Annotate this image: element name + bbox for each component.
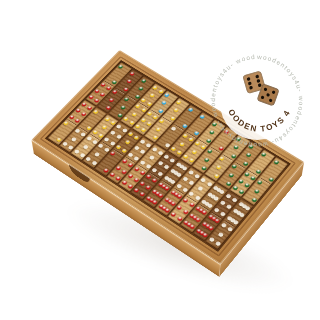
domino-pip	[195, 195, 201, 200]
domino-pip	[182, 166, 188, 171]
domino-pip	[176, 216, 182, 222]
domino-pip	[170, 169, 176, 174]
domino-half	[224, 199, 253, 228]
domino-pip	[183, 209, 189, 214]
domino-pip	[176, 150, 182, 155]
domino-pip	[100, 83, 106, 88]
domino-pip	[170, 116, 176, 121]
domino-pip	[208, 225, 214, 231]
domino-pip	[183, 220, 189, 226]
domino-pip	[229, 217, 235, 223]
domino-pip	[191, 149, 197, 154]
domino-pip	[158, 89, 164, 94]
domino-pip	[109, 151, 115, 156]
domino-pip	[204, 201, 210, 206]
domino-half	[211, 191, 240, 219]
domino-pip	[155, 191, 161, 196]
domino-pip	[148, 155, 154, 160]
domino-pip	[250, 176, 256, 181]
domino-pip	[145, 185, 151, 190]
domino-half	[161, 160, 190, 187]
domino-pip	[128, 152, 134, 157]
domino-pip	[116, 144, 122, 149]
domino-half	[95, 149, 124, 176]
domino-pip	[139, 181, 145, 186]
domino-pip	[127, 163, 133, 168]
domino-half	[131, 172, 160, 200]
domino-pip	[227, 227, 233, 233]
domino-pip	[208, 214, 214, 220]
domino-pip	[123, 97, 129, 102]
domino-pip	[126, 79, 132, 84]
domino-pip	[226, 204, 232, 209]
domino-pip	[176, 183, 182, 188]
domino-pip	[71, 137, 77, 142]
domino-pip	[186, 222, 192, 228]
domino-pip	[101, 125, 107, 130]
domino-pip	[74, 149, 80, 154]
domino-pip	[118, 64, 124, 69]
domino-pip	[135, 124, 141, 129]
domino-pip	[133, 167, 139, 172]
domino-pip	[132, 112, 138, 117]
domino-pip	[232, 197, 238, 202]
domino-pip	[138, 86, 144, 91]
domino-pip	[226, 181, 232, 186]
domino-pip	[238, 179, 244, 184]
domino-half	[230, 169, 259, 197]
domino-pip	[110, 130, 116, 135]
domino-pip	[152, 115, 158, 120]
domino-pip	[74, 129, 80, 134]
domino-pip	[155, 127, 161, 132]
domino-pip	[108, 98, 114, 103]
domino-pip	[128, 132, 134, 137]
domino-pip	[189, 213, 195, 219]
domino-half	[206, 220, 236, 249]
domino-pip	[146, 101, 152, 106]
domino-pip	[170, 201, 176, 206]
domino-pip	[176, 194, 182, 199]
domino-pip	[115, 165, 121, 170]
domino-pip	[164, 93, 170, 98]
domino-pip	[235, 210, 241, 215]
domino-pip	[195, 217, 201, 223]
domino-pip	[146, 121, 152, 126]
watermark-badge: woodentoys4u- woodentoys4u- woodentoys4u…	[205, 48, 320, 160]
domino-half	[186, 175, 215, 203]
domino-pip	[182, 134, 188, 139]
domino-pip	[192, 215, 198, 221]
domino-pip	[152, 167, 158, 172]
domino-pip	[244, 172, 250, 177]
domino-pip	[214, 218, 220, 224]
domino-pip	[133, 156, 139, 161]
domino-pip	[110, 141, 116, 146]
domino-pip	[232, 208, 238, 213]
domino-pip	[216, 187, 222, 192]
domino-pip	[202, 221, 208, 227]
domino-pip	[120, 105, 126, 110]
domino-pip	[170, 126, 176, 131]
domino-half	[143, 180, 172, 208]
domino-pip	[164, 165, 170, 170]
domino-pip	[214, 207, 220, 212]
domino-pip	[199, 230, 205, 236]
domino-pip	[216, 165, 222, 170]
domino-pip	[170, 190, 176, 195]
domino-pip	[121, 169, 127, 174]
product-photo-canvas: { "meta": { "description": "Overhead ang…	[0, 0, 320, 320]
domino-pip	[231, 164, 237, 169]
domino-pip	[164, 186, 170, 191]
domino-pip	[183, 154, 189, 159]
domino-pip	[215, 241, 221, 247]
domino-pip	[94, 152, 100, 157]
domino-pip	[152, 189, 158, 194]
domino-pip	[226, 215, 232, 221]
domino-pip	[196, 228, 202, 234]
domino-pip	[225, 193, 231, 198]
domino-pip	[170, 212, 176, 218]
domino-pip	[121, 148, 127, 153]
domino-pip	[256, 180, 262, 185]
domino-pip	[188, 137, 194, 142]
domino-tile	[180, 183, 227, 232]
domino-pip	[179, 164, 185, 169]
domino-pip	[176, 205, 182, 210]
domino-pip	[152, 86, 158, 91]
domino-pip	[164, 208, 170, 213]
domino-pip	[167, 199, 173, 204]
domino-pip	[256, 169, 262, 174]
domino-half	[260, 157, 288, 184]
domino-pip	[129, 71, 135, 76]
domino-pip	[198, 208, 204, 213]
domino-pip	[141, 78, 147, 83]
domino-tile	[119, 144, 166, 191]
domino-pip	[182, 176, 188, 181]
domino-pip	[173, 108, 179, 113]
domino-pip	[81, 102, 87, 107]
domino-pip	[146, 111, 152, 116]
domino-pip	[201, 166, 207, 171]
domino-pip	[158, 119, 164, 124]
domino-pip	[158, 204, 164, 209]
domino-pip	[103, 168, 109, 173]
domino-pip	[83, 144, 89, 149]
domino-pip	[206, 181, 212, 186]
domino-pip	[139, 149, 145, 154]
domino-pip	[158, 161, 164, 166]
domino-pip	[176, 172, 182, 177]
domino-pip	[62, 141, 68, 146]
domino-pip	[205, 223, 211, 229]
domino-pip	[238, 212, 244, 218]
domino-pip	[139, 170, 145, 175]
domino-pip	[133, 135, 139, 140]
domino-pip	[112, 90, 118, 95]
domino-half	[180, 204, 210, 233]
domino-tile	[193, 191, 240, 241]
domino-pip	[169, 158, 175, 163]
domino-pip	[151, 147, 157, 152]
domino-pip	[75, 108, 81, 113]
domino-pip	[200, 178, 206, 183]
domino-half	[155, 188, 184, 216]
domino-pip	[164, 154, 170, 159]
domino-pip	[213, 185, 219, 190]
domino-pip	[158, 182, 164, 187]
domino-pip	[98, 144, 104, 149]
domino-pip	[210, 194, 216, 199]
domino-pip	[233, 219, 239, 225]
domino-pip	[140, 139, 146, 144]
domino-pip	[94, 89, 100, 94]
domino-pip	[152, 135, 158, 140]
domino-pip	[238, 201, 244, 206]
domino-pip	[179, 142, 185, 147]
domino-pip	[189, 191, 195, 196]
domino-pip	[207, 192, 213, 197]
domino-pip	[125, 140, 131, 145]
domino-half	[199, 183, 228, 211]
domino-half	[149, 152, 178, 179]
domino-pip	[213, 196, 219, 201]
domino-pip	[243, 161, 249, 166]
domino-pip	[133, 188, 139, 193]
domino-pip	[103, 147, 109, 152]
domino-pip	[164, 197, 170, 202]
domino-pip	[251, 197, 257, 202]
domino-pip	[145, 174, 151, 179]
domino-pip	[182, 123, 188, 128]
domino-pip	[211, 216, 217, 222]
domino-pip	[158, 193, 164, 198]
domino-pip	[167, 177, 173, 182]
domino-pip	[121, 180, 127, 185]
domino-pip	[116, 134, 122, 139]
domino-pip	[188, 170, 194, 175]
domino-pip	[228, 173, 234, 178]
domino-pip	[149, 93, 155, 98]
domino-pip	[140, 160, 146, 165]
domino-pip	[122, 128, 128, 133]
domino-pip	[182, 187, 188, 192]
domino-pip	[208, 237, 214, 243]
domino-pip	[92, 129, 98, 134]
domino-tile	[155, 167, 202, 216]
domino-pip	[145, 163, 151, 168]
domino-pip	[194, 131, 200, 136]
domino-pip	[140, 108, 146, 113]
domino-pip	[220, 211, 226, 217]
domino-pip	[202, 232, 208, 238]
domino-pip	[158, 109, 164, 114]
domino-pip	[85, 157, 91, 162]
domino-pip	[164, 175, 170, 180]
domino-pip	[104, 117, 110, 122]
domino-pip	[187, 107, 193, 112]
domino-pip	[141, 98, 147, 103]
domino-pip	[273, 159, 279, 164]
domino-pip	[86, 136, 92, 141]
domino-pip	[244, 182, 250, 187]
domino-pip	[161, 184, 167, 189]
domino-pip	[201, 199, 207, 204]
domino-pip	[188, 180, 194, 185]
domino-tile	[143, 160, 190, 208]
domino-pip	[268, 177, 274, 182]
domino-pip	[194, 141, 200, 146]
domino-pip	[197, 186, 203, 191]
domino-tile	[131, 152, 178, 200]
domino-pip	[88, 95, 94, 100]
domino-half	[168, 196, 197, 224]
domino-half	[107, 156, 136, 183]
domino-pip	[195, 206, 201, 211]
domino-half	[174, 167, 203, 195]
domino-pip	[141, 118, 147, 123]
domino-half	[193, 212, 223, 241]
domino-pip	[158, 171, 164, 176]
domino-pip	[244, 205, 250, 210]
domino-pip	[220, 222, 226, 228]
domino-pip	[123, 117, 129, 122]
domino-pip	[152, 200, 158, 205]
domino-pip	[151, 178, 157, 183]
domino-pip	[207, 203, 213, 208]
domino-pip	[176, 162, 182, 167]
domino-tile	[168, 175, 215, 224]
domino-pip	[115, 176, 121, 181]
domino-pip	[140, 128, 146, 133]
domino-pip	[146, 196, 152, 201]
domino-pip	[238, 189, 244, 194]
domino-pip	[182, 198, 188, 203]
domino-pip	[116, 124, 122, 129]
domino-pip	[173, 192, 179, 197]
domino-pip	[161, 206, 167, 211]
domino-half	[217, 162, 246, 189]
domino-pip	[69, 115, 75, 120]
domino-pip	[188, 202, 194, 207]
domino-pip	[109, 172, 115, 177]
domino-pip	[201, 210, 207, 215]
domino-half	[242, 177, 271, 205]
domino-pip	[93, 109, 99, 114]
domino-pip	[164, 143, 170, 148]
domino-pip	[189, 158, 195, 163]
domino-pip	[219, 189, 225, 194]
domino-pip	[254, 188, 260, 193]
domino-pip	[129, 120, 135, 125]
domino-pip	[135, 104, 141, 109]
domino-pip	[220, 200, 226, 205]
domino-pip	[139, 192, 145, 197]
domino-pip	[149, 198, 155, 203]
domino-pip	[104, 137, 110, 142]
domino-pip	[232, 185, 238, 190]
domino-pip	[194, 173, 200, 178]
domino-pip	[217, 232, 223, 238]
domino-pip	[241, 203, 247, 208]
domino-pip	[157, 150, 163, 155]
domino-pip	[173, 170, 179, 175]
domino-pip	[213, 173, 219, 178]
domino-pip	[170, 147, 176, 152]
domino-pip	[127, 184, 133, 189]
domino-pip	[121, 159, 127, 164]
domino-pip	[63, 121, 69, 126]
domino-pip	[133, 177, 139, 182]
domino-pip	[170, 179, 176, 184]
domino-pip	[127, 173, 133, 178]
domino-pip	[91, 160, 97, 165]
domino-pip	[79, 153, 85, 158]
domino-pip	[134, 146, 140, 151]
domino-pip	[189, 224, 195, 230]
domino-half	[119, 164, 148, 191]
domino-pip	[145, 143, 151, 148]
domino-pip	[176, 100, 182, 105]
domino-pip	[161, 101, 167, 106]
